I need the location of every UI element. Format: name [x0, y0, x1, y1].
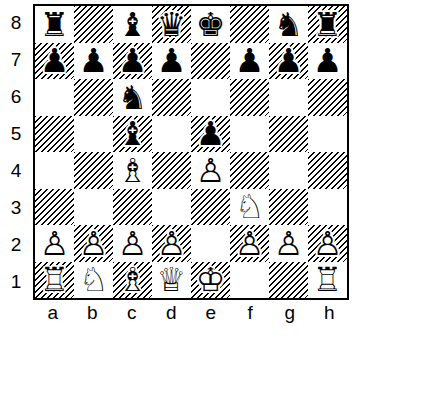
square-e1[interactable]: ♚♔	[191, 262, 230, 299]
square-a2[interactable]: ♟♙	[35, 225, 74, 262]
piece-white-pawn-h2[interactable]: ♟♙	[313, 227, 343, 260]
square-d2[interactable]: ♟♙	[152, 225, 191, 262]
piece-black-knight-g8[interactable]: ♞	[274, 8, 304, 41]
file-label-h: h	[310, 302, 350, 328]
file-label-e: e	[191, 302, 231, 328]
rank-label-1: 1	[2, 263, 30, 300]
rank-labels: 87654321	[2, 4, 30, 300]
white-piece-outline: ♖	[40, 260, 70, 299]
square-c7[interactable]: ♟	[113, 43, 152, 80]
file-label-f: f	[231, 302, 271, 328]
piece-white-bishop-c1[interactable]: ♝♗	[118, 263, 148, 296]
square-a5[interactable]	[35, 116, 74, 153]
square-h6[interactable]	[308, 79, 347, 116]
square-b6[interactable]	[74, 79, 113, 116]
piece-black-pawn-d7[interactable]: ♟	[157, 44, 187, 77]
piece-white-rook-h1[interactable]: ♜♖	[313, 263, 343, 296]
piece-white-knight-f3[interactable]: ♞♘	[235, 190, 265, 223]
file-label-g: g	[270, 302, 310, 328]
square-d7[interactable]: ♟	[152, 43, 191, 80]
square-c8[interactable]: ♝	[113, 6, 152, 43]
square-b2[interactable]: ♟♙	[74, 225, 113, 262]
rank-label-4: 4	[2, 152, 30, 189]
square-a8[interactable]: ♜	[35, 6, 74, 43]
square-g8[interactable]: ♞	[269, 6, 308, 43]
square-d1[interactable]: ♛♕	[152, 262, 191, 299]
square-h1[interactable]: ♜♖	[308, 262, 347, 299]
square-g6[interactable]	[269, 79, 308, 116]
square-e2[interactable]	[191, 225, 230, 262]
square-a6[interactable]	[35, 79, 74, 116]
piece-black-pawn-a7[interactable]: ♟	[40, 44, 70, 77]
square-d6[interactable]	[152, 79, 191, 116]
piece-black-pawn-g7[interactable]: ♟	[274, 44, 304, 77]
square-g1[interactable]	[269, 262, 308, 299]
piece-white-bishop-c4[interactable]: ♝♗	[118, 154, 148, 187]
square-b1[interactable]: ♞♘	[74, 262, 113, 299]
piece-black-knight-c6[interactable]: ♞	[118, 81, 148, 114]
square-g3[interactable]	[269, 189, 308, 226]
white-piece-outline: ♙	[157, 224, 187, 263]
piece-black-bishop-c8[interactable]: ♝	[118, 8, 148, 41]
square-f6[interactable]	[230, 79, 269, 116]
square-g7[interactable]: ♟	[269, 43, 308, 80]
piece-black-pawn-h7[interactable]: ♟	[313, 44, 343, 77]
piece-white-king-e1[interactable]: ♚♔	[196, 263, 226, 296]
square-h4[interactable]	[308, 152, 347, 189]
white-piece-outline: ♙	[79, 224, 109, 263]
piece-white-pawn-b2[interactable]: ♟♙	[79, 227, 109, 260]
white-piece-outline: ♙	[40, 224, 70, 263]
square-f3[interactable]: ♞♘	[230, 189, 269, 226]
square-f4[interactable]	[230, 152, 269, 189]
white-piece-outline: ♙	[274, 224, 304, 263]
white-piece-outline: ♙	[118, 224, 148, 263]
rank-label-3: 3	[2, 189, 30, 226]
piece-black-pawn-e5[interactable]: ♟	[196, 117, 226, 150]
piece-black-pawn-f7[interactable]: ♟	[235, 44, 265, 77]
square-e5[interactable]: ♟	[191, 116, 230, 153]
file-labels: abcdefgh	[33, 302, 349, 328]
square-a1[interactable]: ♜♖	[35, 262, 74, 299]
file-label-b: b	[73, 302, 113, 328]
piece-white-pawn-d2[interactable]: ♟♙	[157, 227, 187, 260]
square-c1[interactable]: ♝♗	[113, 262, 152, 299]
file-label-c: c	[112, 302, 152, 328]
square-h2[interactable]: ♟♙	[308, 225, 347, 262]
rank-label-2: 2	[2, 226, 30, 263]
square-h7[interactable]: ♟	[308, 43, 347, 80]
piece-white-pawn-c2[interactable]: ♟♙	[118, 227, 148, 260]
square-f5[interactable]	[230, 116, 269, 153]
square-g5[interactable]	[269, 116, 308, 153]
file-label-a: a	[33, 302, 73, 328]
square-e8[interactable]: ♚	[191, 6, 230, 43]
square-g2[interactable]: ♟♙	[269, 225, 308, 262]
square-e4[interactable]: ♟♙	[191, 152, 230, 189]
square-f2[interactable]: ♟♙	[230, 225, 269, 262]
square-f8[interactable]	[230, 6, 269, 43]
white-piece-outline: ♔	[196, 260, 226, 299]
piece-white-queen-d1[interactable]: ♛♕	[157, 263, 187, 296]
piece-black-pawn-c7[interactable]: ♟	[118, 44, 148, 77]
square-c4[interactable]: ♝♗	[113, 152, 152, 189]
piece-white-pawn-f2[interactable]: ♟♙	[235, 227, 265, 260]
white-piece-outline: ♘	[235, 187, 265, 226]
square-a7[interactable]: ♟	[35, 43, 74, 80]
rank-label-5: 5	[2, 115, 30, 152]
square-f1[interactable]	[230, 262, 269, 299]
piece-black-rook-a8[interactable]: ♜	[40, 8, 70, 41]
square-a4[interactable]	[35, 152, 74, 189]
square-h5[interactable]	[308, 116, 347, 153]
rank-label-7: 7	[2, 41, 30, 78]
piece-white-pawn-a2[interactable]: ♟♙	[40, 227, 70, 260]
square-a3[interactable]	[35, 189, 74, 226]
square-b7[interactable]: ♟	[74, 43, 113, 80]
square-d5[interactable]	[152, 116, 191, 153]
square-e3[interactable]	[191, 189, 230, 226]
piece-white-pawn-g2[interactable]: ♟♙	[274, 227, 304, 260]
piece-black-rook-h8[interactable]: ♜	[313, 8, 343, 41]
square-f7[interactable]: ♟	[230, 43, 269, 80]
square-b3[interactable]	[74, 189, 113, 226]
piece-black-king-e8[interactable]: ♚	[196, 8, 226, 41]
white-piece-outline: ♙	[196, 151, 226, 190]
file-label-d: d	[152, 302, 192, 328]
white-piece-outline: ♗	[118, 260, 148, 299]
rank-label-6: 6	[2, 78, 30, 115]
square-b4[interactable]	[74, 152, 113, 189]
square-c6[interactable]: ♞	[113, 79, 152, 116]
square-h3[interactable]	[308, 189, 347, 226]
piece-white-knight-b1[interactable]: ♞♘	[79, 263, 109, 296]
square-d3[interactable]	[152, 189, 191, 226]
white-piece-outline: ♘	[79, 260, 109, 299]
square-c3[interactable]	[113, 189, 152, 226]
chess-board[interactable]: ♜♝♛♚♞♜♟♟♟♟♟♟♟♞♝♟♝♗♟♙♞♘♟♙♟♙♟♙♟♙♟♙♟♙♟♙♜♖♞♘…	[33, 4, 349, 300]
piece-black-bishop-c5[interactable]: ♝	[118, 117, 148, 150]
piece-white-pawn-e4[interactable]: ♟♙	[196, 154, 226, 187]
square-b5[interactable]	[74, 116, 113, 153]
white-piece-outline: ♙	[235, 224, 265, 263]
square-c2[interactable]: ♟♙	[113, 225, 152, 262]
square-d4[interactable]	[152, 152, 191, 189]
square-g4[interactable]	[269, 152, 308, 189]
rank-label-8: 8	[2, 4, 30, 41]
piece-white-rook-a1[interactable]: ♜♖	[40, 263, 70, 296]
white-piece-outline: ♙	[313, 224, 343, 263]
square-e6[interactable]	[191, 79, 230, 116]
white-piece-outline: ♕	[157, 260, 187, 299]
square-d8[interactable]: ♛	[152, 6, 191, 43]
square-b8[interactable]	[74, 6, 113, 43]
square-c5[interactable]: ♝	[113, 116, 152, 153]
square-e7[interactable]	[191, 43, 230, 80]
white-piece-outline: ♖	[313, 260, 343, 299]
square-h8[interactable]: ♜	[308, 6, 347, 43]
chess-diagram: 87654321 ♜♝♛♚♞♜♟♟♟♟♟♟♟♞♝♟♝♗♟♙♞♘♟♙♟♙♟♙♟♙♟…	[0, 0, 431, 400]
piece-black-pawn-b7[interactable]: ♟	[79, 44, 109, 77]
white-piece-outline: ♗	[118, 151, 148, 190]
piece-black-queen-d8[interactable]: ♛	[157, 8, 187, 41]
